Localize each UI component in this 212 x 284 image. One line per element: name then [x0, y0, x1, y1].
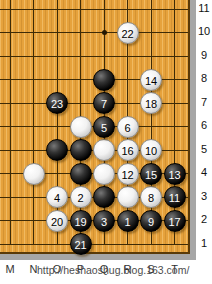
grid-line-col-N	[33, 0, 34, 245]
stone-black-Q2-move-3: 3	[93, 210, 115, 232]
row-label-3: 3	[196, 190, 212, 205]
stone-white-O2-move-20: 20	[46, 210, 68, 232]
stone-white-N4	[23, 163, 45, 185]
stone-white-S8-move-14: 14	[140, 69, 162, 91]
row-label-5: 5	[196, 143, 212, 158]
row-label-6: 6	[196, 119, 212, 134]
stone-white-R3	[117, 186, 139, 208]
stone-white-S3-move-8: 8	[140, 186, 162, 208]
row-label-1: 1	[196, 237, 212, 252]
stone-white-O3-move-4: 4	[46, 186, 68, 208]
stone-white-Q5	[93, 139, 115, 161]
row-label-7: 7	[196, 96, 212, 111]
stone-black-P1-move-21: 21	[70, 233, 92, 255]
stone-black-Q6-move-5: 5	[93, 116, 115, 138]
stone-black-O7-move-23: 23	[46, 92, 68, 114]
row-label-8: 8	[196, 72, 212, 87]
grid-line-col-M	[10, 0, 11, 245]
stone-black-O5	[46, 139, 68, 161]
stone-white-Q4	[93, 163, 115, 185]
stone-black-Q8	[93, 69, 115, 91]
grid-line-col-T	[174, 0, 175, 245]
grid-line-row-10	[0, 32, 188, 33]
stone-black-Q7-move-7: 7	[93, 92, 115, 114]
stone-black-R2-move-1: 1	[117, 210, 139, 232]
stone-black-S4-move-15: 15	[140, 163, 162, 185]
stone-white-R10-move-22: 22	[117, 22, 139, 44]
stone-white-S5-move-10: 10	[140, 139, 162, 161]
stone-white-R4-move-12: 12	[117, 163, 139, 185]
row-label-11: 11	[196, 2, 212, 17]
stone-black-P2-move-19: 19	[70, 210, 92, 232]
stone-black-Q3	[93, 186, 115, 208]
row-label-2: 2	[196, 213, 212, 228]
grid-line-col-O	[57, 0, 58, 245]
row-label-10: 10	[196, 25, 212, 40]
col-label-M: M	[3, 263, 17, 277]
grid-line-col-S	[151, 0, 152, 245]
stone-white-S7-move-18: 18	[140, 92, 162, 114]
row-label-4: 4	[196, 166, 212, 181]
stone-white-P3-move-2: 2	[70, 186, 92, 208]
stone-black-P5	[70, 139, 92, 161]
go-board: 1234567891011121314151617181920212223	[0, 0, 190, 254]
go-diagram: 1234567891011121314151617181920212223 11…	[0, 0, 212, 284]
grid-line-row-11	[0, 9, 188, 10]
stone-white-P6	[70, 116, 92, 138]
watermark-url: http://heshaoshug.blog.163.com/	[37, 264, 189, 276]
stone-black-P4	[70, 163, 92, 185]
stone-black-T4-move-13: 13	[164, 163, 186, 185]
grid-line-row-1	[0, 244, 188, 245]
stone-black-T3-move-11: 11	[164, 186, 186, 208]
star-point-Q10	[102, 30, 107, 35]
row-label-9: 9	[196, 49, 212, 64]
stone-black-T2-move-17: 17	[164, 210, 186, 232]
grid-line-row-9	[0, 56, 188, 57]
stone-white-R5-move-16: 16	[117, 139, 139, 161]
stone-black-S2-move-9: 9	[140, 210, 162, 232]
stone-white-R6-move-6: 6	[117, 116, 139, 138]
